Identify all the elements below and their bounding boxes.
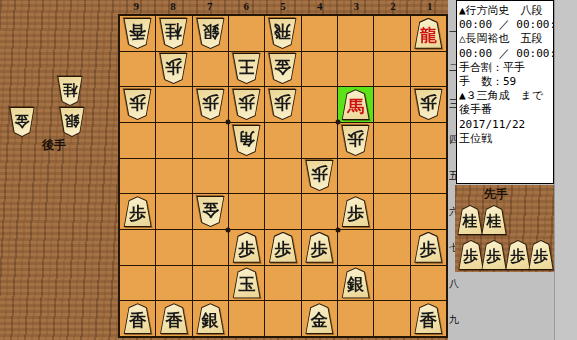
shogi-viewer-window: 987654321 香桂銀飛龍歩王金歩歩歩歩馬歩角歩歩歩金歩歩歩歩歩玉銀香香銀金…	[0, 0, 577, 340]
square-93[interactable]: 歩	[120, 87, 155, 122]
piece-gote-歩[interactable]: 歩	[268, 89, 297, 120]
square-73[interactable]: 歩	[193, 87, 228, 122]
file-label-7: 7	[191, 0, 228, 13]
square-65[interactable]	[229, 159, 264, 194]
piece-sente-銀[interactable]: 銀	[341, 267, 370, 298]
square-98[interactable]	[120, 266, 155, 301]
info-line-9: 2017/11/22	[459, 118, 551, 132]
window-right-strip	[554, 0, 577, 340]
square-43[interactable]	[302, 87, 337, 122]
piece-gote-金[interactable]: 金	[196, 196, 225, 227]
info-line-6: 手 数：59	[459, 75, 551, 89]
game-info-panel: ▲行方尚史 八段00:00 ／ 00:00:00△長岡裕也 五段00:00 ／ …	[456, 0, 554, 184]
square-99[interactable]: 香	[120, 301, 155, 336]
square-42[interactable]	[302, 52, 337, 87]
square-82[interactable]: 歩	[156, 52, 191, 87]
info-line-1: ▲行方尚史 八段	[459, 4, 551, 18]
square-23[interactable]	[374, 87, 409, 122]
piece-sente-玉[interactable]: 玉	[232, 267, 261, 298]
square-56[interactable]	[265, 194, 300, 229]
file-label-9: 9	[118, 0, 155, 13]
hand-piece-gote-銀[interactable]: 銀	[59, 107, 85, 137]
square-38[interactable]: 銀	[338, 266, 373, 301]
hand-piece-sente-桂[interactable]: 桂	[457, 205, 483, 235]
square-74[interactable]	[193, 123, 228, 158]
piece-sente-馬[interactable]: 馬	[341, 89, 370, 120]
info-line-2: 00:00 ／ 00:00:00	[459, 18, 551, 32]
square-35[interactable]	[338, 159, 373, 194]
square-21[interactable]	[374, 16, 409, 51]
square-55[interactable]	[265, 159, 300, 194]
sente-label: 先手	[484, 187, 508, 201]
piece-sente-歩[interactable]: 歩	[305, 232, 334, 263]
file-label-4: 4	[301, 0, 338, 13]
square-89[interactable]: 香	[156, 301, 191, 336]
piece-sente-香[interactable]: 香	[159, 303, 188, 334]
square-61[interactable]	[229, 16, 264, 51]
square-53[interactable]: 歩	[265, 87, 300, 122]
piece-gote-桂[interactable]: 桂	[159, 18, 188, 49]
info-line-10: 王位戦	[459, 132, 551, 146]
square-67[interactable]: 歩	[229, 230, 264, 265]
piece-sente-歩[interactable]: 歩	[232, 232, 261, 263]
square-86[interactable]	[156, 194, 191, 229]
square-34[interactable]: 歩	[338, 123, 373, 158]
piece-gote-歩[interactable]: 歩	[123, 89, 152, 120]
square-25[interactable]	[374, 159, 409, 194]
square-29[interactable]	[374, 301, 409, 336]
square-19[interactable]: 香	[411, 301, 446, 336]
square-71[interactable]: 銀	[193, 16, 228, 51]
hand-piece-gote-金[interactable]: 金	[9, 107, 35, 137]
piece-sente-銀[interactable]: 銀	[196, 303, 225, 334]
square-46[interactable]	[302, 194, 337, 229]
square-88[interactable]	[156, 266, 191, 301]
square-16[interactable]	[411, 194, 446, 229]
square-49[interactable]: 金	[302, 301, 337, 336]
square-64[interactable]: 角	[229, 123, 264, 158]
square-26[interactable]	[374, 194, 409, 229]
piece-gote-歩[interactable]: 歩	[414, 89, 443, 120]
piece-gote-歩[interactable]: 歩	[159, 53, 188, 84]
square-72[interactable]	[193, 52, 228, 87]
piece-sente-歩[interactable]: 歩	[268, 232, 297, 263]
square-94[interactable]	[120, 123, 155, 158]
square-57[interactable]: 歩	[265, 230, 300, 265]
square-85[interactable]	[156, 159, 191, 194]
square-95[interactable]	[120, 159, 155, 194]
square-96[interactable]: 歩	[120, 194, 155, 229]
square-33[interactable]: 馬	[338, 87, 373, 122]
piece-gote-歩[interactable]: 歩	[232, 89, 261, 120]
piece-gote-銀[interactable]: 銀	[196, 18, 225, 49]
square-32[interactable]	[338, 52, 373, 87]
piece-gote-歩[interactable]: 歩	[196, 89, 225, 120]
square-62[interactable]: 王	[229, 52, 264, 87]
square-13[interactable]: 歩	[411, 87, 446, 122]
piece-gote-王[interactable]: 王	[232, 53, 261, 84]
square-12[interactable]	[411, 52, 446, 87]
square-81[interactable]: 桂	[156, 16, 191, 51]
file-label-1: 1	[411, 0, 448, 13]
square-69[interactable]	[229, 301, 264, 336]
square-18[interactable]	[411, 266, 446, 301]
info-line-3: △長岡裕也 五段	[459, 32, 551, 46]
square-28[interactable]	[374, 266, 409, 301]
square-84[interactable]	[156, 123, 191, 158]
gote-label: 後手	[42, 138, 66, 152]
piece-gote-角[interactable]: 角	[232, 125, 261, 156]
square-59[interactable]	[265, 301, 300, 336]
piece-sente-金[interactable]: 金	[305, 303, 334, 334]
square-78[interactable]	[193, 266, 228, 301]
file-label-3: 3	[338, 0, 375, 13]
info-line-8: 後手番	[459, 103, 551, 117]
square-52[interactable]: 金	[265, 52, 300, 87]
square-91[interactable]: 香	[120, 16, 155, 51]
square-87[interactable]	[156, 230, 191, 265]
piece-sente-歩[interactable]: 歩	[414, 232, 443, 263]
info-line-4: 00:00 ／ 00:00:00	[459, 47, 551, 61]
square-83[interactable]	[156, 87, 191, 122]
square-37[interactable]	[338, 230, 373, 265]
file-label-6: 6	[228, 0, 265, 13]
file-coordinates: 987654321	[118, 0, 448, 13]
piece-gote-香[interactable]: 香	[123, 18, 152, 49]
square-47[interactable]: 歩	[302, 230, 337, 265]
piece-sente-香[interactable]: 香	[414, 303, 443, 334]
hand-piece-sente-歩[interactable]: 歩	[481, 240, 507, 270]
file-label-2: 2	[375, 0, 412, 13]
square-76[interactable]: 金	[193, 194, 228, 229]
square-36[interactable]: 歩	[338, 194, 373, 229]
piece-sente-歩[interactable]: 歩	[341, 196, 370, 227]
square-92[interactable]	[120, 52, 155, 87]
square-66[interactable]	[229, 194, 264, 229]
info-line-5: 手合割：平手	[459, 61, 551, 75]
square-48[interactable]	[302, 266, 337, 301]
square-75[interactable]	[193, 159, 228, 194]
square-63[interactable]: 歩	[229, 87, 264, 122]
square-45[interactable]: 歩	[302, 159, 337, 194]
file-label-5: 5	[265, 0, 302, 13]
piece-gote-飛[interactable]: 飛	[268, 18, 297, 49]
square-97[interactable]	[120, 230, 155, 265]
info-line-7: ▲３三角成 まで	[459, 89, 551, 103]
square-68[interactable]: 玉	[229, 266, 264, 301]
square-51[interactable]: 飛	[265, 16, 300, 51]
file-label-8: 8	[155, 0, 192, 13]
square-41[interactable]	[302, 16, 337, 51]
square-11[interactable]: 龍	[411, 16, 446, 51]
shogi-board: 香桂銀飛龍歩王金歩歩歩歩馬歩角歩歩歩金歩歩歩歩歩玉銀香香銀金香	[118, 14, 448, 338]
square-79[interactable]: 銀	[193, 301, 228, 336]
piece-sente-香[interactable]: 香	[123, 303, 152, 334]
square-15[interactable]	[411, 159, 446, 194]
hand-piece-gote-桂[interactable]: 桂	[57, 76, 83, 106]
piece-gote-歩[interactable]: 歩	[341, 125, 370, 156]
piece-sente-歩[interactable]: 歩	[123, 196, 152, 227]
rank-label-9: 九	[449, 302, 459, 338]
square-58[interactable]	[265, 266, 300, 301]
square-44[interactable]	[302, 123, 337, 158]
hand-piece-sente-歩[interactable]: 歩	[528, 240, 554, 270]
square-17[interactable]: 歩	[411, 230, 446, 265]
square-39[interactable]	[338, 301, 373, 336]
square-54[interactable]	[265, 123, 300, 158]
square-31[interactable]	[338, 16, 373, 51]
square-24[interactable]	[374, 123, 409, 158]
square-77[interactable]	[193, 230, 228, 265]
square-22[interactable]	[374, 52, 409, 87]
square-27[interactable]	[374, 230, 409, 265]
square-14[interactable]	[411, 123, 446, 158]
piece-sente-龍[interactable]: 龍	[414, 18, 443, 49]
piece-gote-歩[interactable]: 歩	[305, 160, 334, 191]
hand-piece-sente-桂[interactable]: 桂	[481, 205, 507, 235]
piece-gote-金[interactable]: 金	[268, 53, 297, 84]
